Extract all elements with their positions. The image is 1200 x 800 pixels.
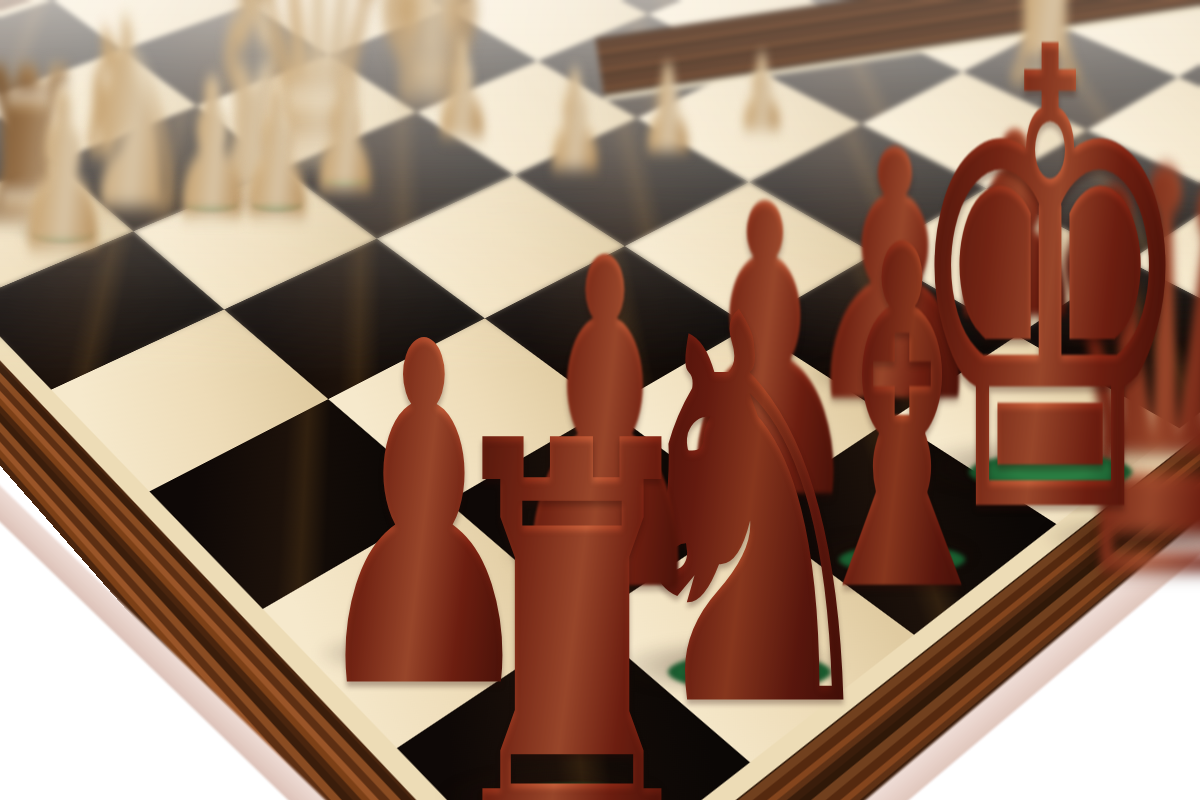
pieces-layer: ♜♞♝♛♚♜♟♟♟♟♟♟♟♟♟♛♟♚♝♟♞♟♜♟ bbox=[0, 0, 1200, 800]
box-pawn-d7: ♟ bbox=[306, 58, 383, 213]
chess-photo-stage: ♜♞♝♛♚♜♟♟♟♟♟♟♟♟♟♛♟♚♝♟♞♟♜♟ bbox=[0, 0, 1200, 800]
red-pawn-a2: ♟ bbox=[307, 283, 542, 755]
box-pawn-a7: ♟ bbox=[11, 62, 114, 281]
box-pawn-e7: ♟ bbox=[430, 26, 495, 156]
